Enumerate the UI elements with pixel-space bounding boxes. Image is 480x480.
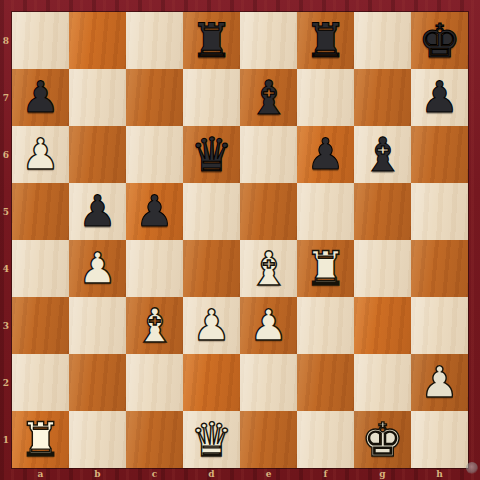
square-c7[interactable] xyxy=(126,69,183,126)
rank-label-6: 6 xyxy=(0,126,12,183)
white-pawn-icon[interactable]: ♟ xyxy=(411,354,468,411)
square-e5[interactable] xyxy=(240,183,297,240)
square-c4[interactable] xyxy=(126,240,183,297)
rank-label-7: 7 xyxy=(0,69,12,126)
square-b8[interactable] xyxy=(69,12,126,69)
square-c1[interactable] xyxy=(126,411,183,468)
square-d1[interactable]: ♛ xyxy=(183,411,240,468)
rank-label-3: 3 xyxy=(0,297,12,354)
square-a3[interactable] xyxy=(12,297,69,354)
square-b2[interactable] xyxy=(69,354,126,411)
square-f7[interactable] xyxy=(297,69,354,126)
rank-label-4: 4 xyxy=(0,240,12,297)
black-pawn-icon[interactable]: ♟ xyxy=(297,126,354,183)
white-bishop-icon[interactable]: ♝ xyxy=(126,297,183,354)
rank-label-2: 2 xyxy=(0,354,12,411)
rank-label-1: 1 xyxy=(0,411,12,468)
square-h8[interactable]: ♚ xyxy=(411,12,468,69)
black-pawn-icon[interactable]: ♟ xyxy=(126,183,183,240)
white-pawn-icon[interactable]: ♟ xyxy=(240,297,297,354)
black-pawn-icon[interactable]: ♟ xyxy=(69,183,126,240)
square-f6[interactable]: ♟ xyxy=(297,126,354,183)
file-label-g: g xyxy=(354,468,411,480)
square-g7[interactable] xyxy=(354,69,411,126)
board-frame: ♜♜♚♟♝♟♟♛♟♝♟♟♟♝♜♝♟♟♟♜♛♚ 87654321abcdefgh xyxy=(0,0,480,480)
white-pawn-icon[interactable]: ♟ xyxy=(12,126,69,183)
square-b7[interactable] xyxy=(69,69,126,126)
square-e4[interactable]: ♝ xyxy=(240,240,297,297)
black-rook-icon[interactable]: ♜ xyxy=(297,12,354,69)
square-c2[interactable] xyxy=(126,354,183,411)
square-h4[interactable] xyxy=(411,240,468,297)
square-f8[interactable]: ♜ xyxy=(297,12,354,69)
square-h1[interactable] xyxy=(411,411,468,468)
square-a2[interactable] xyxy=(12,354,69,411)
square-c8[interactable] xyxy=(126,12,183,69)
square-h7[interactable]: ♟ xyxy=(411,69,468,126)
square-h5[interactable] xyxy=(411,183,468,240)
black-rook-icon[interactable]: ♜ xyxy=(183,12,240,69)
file-label-f: f xyxy=(297,468,354,480)
square-g5[interactable] xyxy=(354,183,411,240)
square-g3[interactable] xyxy=(354,297,411,354)
rank-label-8: 8 xyxy=(0,12,12,69)
square-f4[interactable]: ♜ xyxy=(297,240,354,297)
white-rook-icon[interactable]: ♜ xyxy=(12,411,69,468)
square-e2[interactable] xyxy=(240,354,297,411)
square-h6[interactable] xyxy=(411,126,468,183)
black-bishop-icon[interactable]: ♝ xyxy=(240,69,297,126)
square-c5[interactable]: ♟ xyxy=(126,183,183,240)
square-f1[interactable] xyxy=(297,411,354,468)
file-label-b: b xyxy=(69,468,126,480)
square-d8[interactable]: ♜ xyxy=(183,12,240,69)
square-c3[interactable]: ♝ xyxy=(126,297,183,354)
white-pawn-icon[interactable]: ♟ xyxy=(69,240,126,297)
chess-board[interactable]: ♜♜♚♟♝♟♟♛♟♝♟♟♟♝♜♝♟♟♟♜♛♚ xyxy=(12,12,468,468)
square-b4[interactable]: ♟ xyxy=(69,240,126,297)
white-rook-icon[interactable]: ♜ xyxy=(297,240,354,297)
square-h3[interactable] xyxy=(411,297,468,354)
square-a6[interactable]: ♟ xyxy=(12,126,69,183)
square-b1[interactable] xyxy=(69,411,126,468)
white-king-icon[interactable]: ♚ xyxy=(354,411,411,468)
white-pawn-icon[interactable]: ♟ xyxy=(183,297,240,354)
square-g4[interactable] xyxy=(354,240,411,297)
file-label-d: d xyxy=(183,468,240,480)
square-a1[interactable]: ♜ xyxy=(12,411,69,468)
square-d3[interactable]: ♟ xyxy=(183,297,240,354)
square-f2[interactable] xyxy=(297,354,354,411)
file-label-e: e xyxy=(240,468,297,480)
black-pawn-icon[interactable]: ♟ xyxy=(411,69,468,126)
black-king-icon[interactable]: ♚ xyxy=(411,12,468,69)
square-b6[interactable] xyxy=(69,126,126,183)
square-g8[interactable] xyxy=(354,12,411,69)
black-bishop-icon[interactable]: ♝ xyxy=(354,126,411,183)
square-g1[interactable]: ♚ xyxy=(354,411,411,468)
square-e7[interactable]: ♝ xyxy=(240,69,297,126)
square-e3[interactable]: ♟ xyxy=(240,297,297,354)
rank-label-5: 5 xyxy=(0,183,12,240)
square-a8[interactable] xyxy=(12,12,69,69)
square-d4[interactable] xyxy=(183,240,240,297)
square-a4[interactable] xyxy=(12,240,69,297)
file-label-h: h xyxy=(411,468,468,480)
square-g6[interactable]: ♝ xyxy=(354,126,411,183)
square-d5[interactable] xyxy=(183,183,240,240)
square-g2[interactable] xyxy=(354,354,411,411)
square-c6[interactable] xyxy=(126,126,183,183)
white-queen-icon[interactable]: ♛ xyxy=(183,411,240,468)
black-queen-icon[interactable]: ♛ xyxy=(183,126,240,183)
square-f5[interactable] xyxy=(297,183,354,240)
square-d7[interactable] xyxy=(183,69,240,126)
black-pawn-icon[interactable]: ♟ xyxy=(12,69,69,126)
square-e8[interactable] xyxy=(240,12,297,69)
square-e6[interactable] xyxy=(240,126,297,183)
file-label-c: c xyxy=(126,468,183,480)
square-d2[interactable] xyxy=(183,354,240,411)
square-d6[interactable]: ♛ xyxy=(183,126,240,183)
square-b3[interactable] xyxy=(69,297,126,354)
white-bishop-icon[interactable]: ♝ xyxy=(240,240,297,297)
square-a5[interactable] xyxy=(12,183,69,240)
square-f3[interactable] xyxy=(297,297,354,354)
square-e1[interactable] xyxy=(240,411,297,468)
square-b5[interactable]: ♟ xyxy=(69,183,126,240)
file-label-a: a xyxy=(12,468,69,480)
square-a7[interactable]: ♟ xyxy=(12,69,69,126)
square-h2[interactable]: ♟ xyxy=(411,354,468,411)
